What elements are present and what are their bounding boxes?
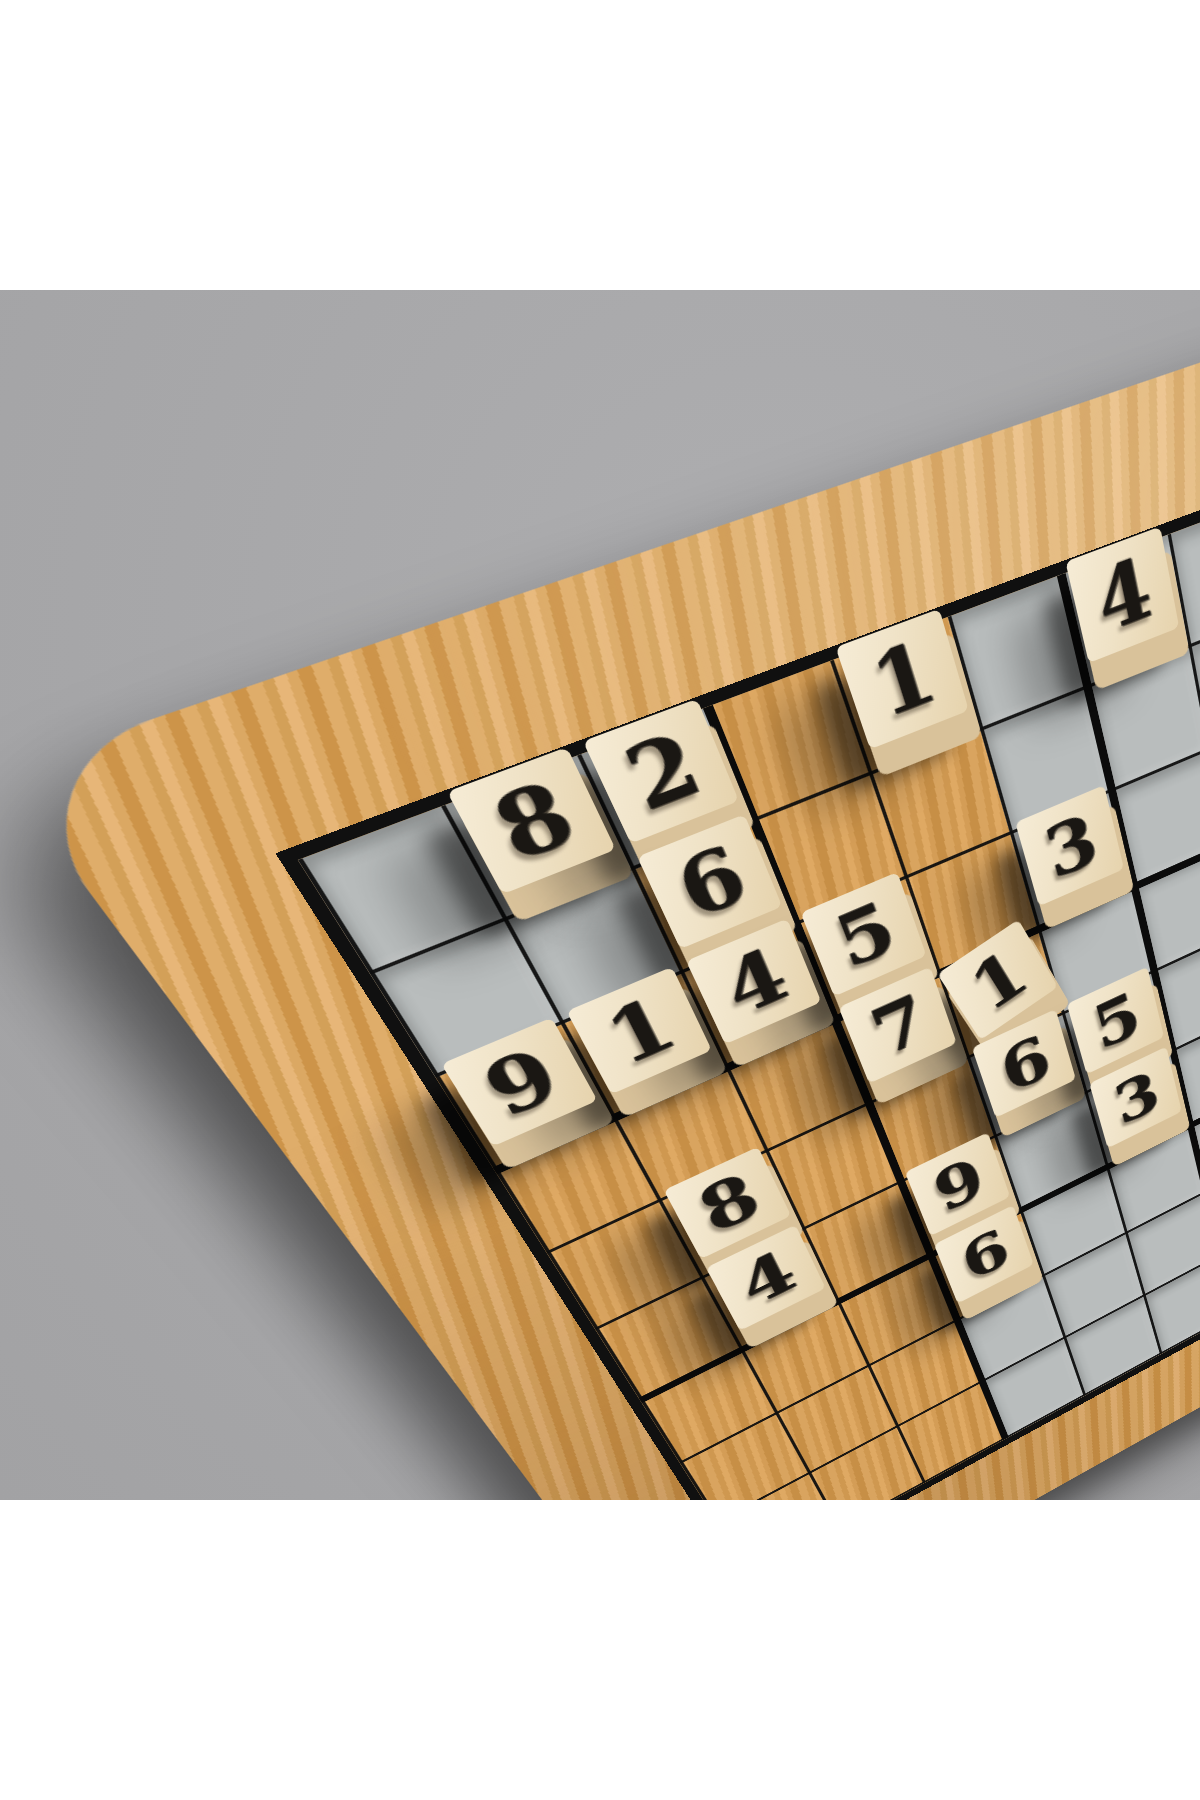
photo-backdrop: 8214691453718654936 xyxy=(0,290,1200,1500)
tile-3-r3c6[interactable]: 3 xyxy=(1015,785,1124,906)
tile-digit: 3 xyxy=(1035,793,1105,898)
tile-digit: 9 xyxy=(466,1028,574,1136)
tile-digit: 2 xyxy=(609,708,715,834)
tile-digit: 5 xyxy=(1085,975,1147,1066)
tile-digit: 6 xyxy=(661,824,759,940)
tile-digit: 1 xyxy=(859,617,947,740)
screenshot: 8214691453718654936 xyxy=(0,0,1200,1800)
tile-digit: 8 xyxy=(685,1156,771,1249)
letterbox-bottom xyxy=(0,1500,1200,1800)
tile-digit: 8 xyxy=(474,757,591,884)
letterbox-top xyxy=(0,0,1200,290)
tile-digit: 4 xyxy=(1087,534,1159,655)
tile-9-r3c1[interactable]: 9 xyxy=(441,1018,597,1147)
tile-digit: 1 xyxy=(590,977,689,1085)
tile-digit: 1 xyxy=(955,932,1040,1029)
tile-digit: 9 xyxy=(924,1141,993,1227)
tile-digit: 5 xyxy=(822,881,906,987)
